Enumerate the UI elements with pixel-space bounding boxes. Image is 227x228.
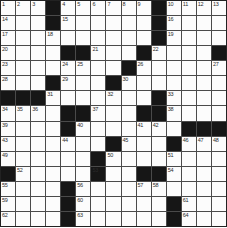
cell-6-7[interactable]: [91, 76, 105, 90]
cell-15-10[interactable]: [137, 212, 151, 226]
cell-7-12[interactable]: 33: [167, 91, 181, 105]
cell-8-3[interactable]: 36: [31, 106, 45, 120]
cell-11-12[interactable]: 51: [167, 152, 181, 166]
cell-3-4[interactable]: 18: [46, 31, 60, 45]
cell-6-9[interactable]: 30: [122, 76, 136, 90]
cell-9-3[interactable]: [31, 122, 45, 136]
cell-9-11[interactable]: 42: [152, 122, 166, 136]
cell-9-12[interactable]: [167, 122, 181, 136]
cell-12-8[interactable]: [106, 167, 120, 181]
cell-13-15[interactable]: [212, 182, 226, 196]
cell-5-13[interactable]: [182, 61, 196, 75]
clue-number-9: 9: [138, 1, 141, 8]
black-cell-9-5: [61, 122, 75, 136]
clue-number-32: 32: [107, 91, 113, 98]
cell-3-6[interactable]: [76, 31, 90, 45]
cell-13-10[interactable]: 57: [137, 182, 151, 196]
black-cell-2-4: [46, 16, 60, 30]
black-cell-8-10: [137, 106, 151, 120]
clue-number-16: 16: [168, 16, 174, 23]
cell-14-3[interactable]: [31, 197, 45, 211]
cell-5-12[interactable]: [167, 61, 181, 75]
clue-number-45: 45: [123, 137, 129, 144]
cell-9-6[interactable]: 40: [76, 122, 90, 136]
clue-number-57: 57: [138, 182, 144, 189]
cell-15-1[interactable]: 62: [1, 212, 15, 226]
clue-number-55: 55: [2, 182, 8, 189]
cell-10-10[interactable]: [137, 137, 151, 151]
cell-11-9[interactable]: [122, 152, 136, 166]
cell-6-15[interactable]: [212, 76, 226, 90]
cell-7-13[interactable]: [182, 91, 196, 105]
cell-12-12[interactable]: 54: [167, 167, 181, 181]
cell-13-13[interactable]: [182, 182, 196, 196]
cell-15-6[interactable]: 63: [76, 212, 90, 226]
cell-12-2[interactable]: 52: [16, 167, 30, 181]
cell-4-13[interactable]: [182, 46, 196, 60]
black-cell-10-12: [167, 137, 181, 151]
cell-1-13[interactable]: 11: [182, 1, 196, 15]
black-cell-1-11: [152, 1, 166, 15]
cell-8-9[interactable]: [122, 106, 136, 120]
cell-6-1[interactable]: 28: [1, 76, 15, 90]
clue-number-26: 26: [138, 61, 144, 68]
cell-12-5[interactable]: [61, 167, 75, 181]
cell-2-13[interactable]: [182, 16, 196, 30]
cell-13-11[interactable]: 58: [152, 182, 166, 196]
black-cell-8-11: [152, 106, 166, 120]
cell-1-5[interactable]: 4: [61, 1, 75, 15]
black-cell-12-1: [1, 167, 15, 181]
clue-number-34: 34: [2, 106, 8, 113]
cell-1-10[interactable]: 9: [137, 1, 151, 15]
cell-2-10[interactable]: [137, 16, 151, 30]
cell-8-4[interactable]: [46, 106, 60, 120]
clue-number-29: 29: [62, 76, 68, 83]
clue-number-31: 31: [47, 91, 53, 98]
black-cell-8-6: [76, 106, 90, 120]
cell-4-12[interactable]: [167, 46, 181, 60]
cell-2-8[interactable]: [106, 16, 120, 30]
cell-14-13[interactable]: 61: [182, 197, 196, 211]
black-cell-11-7: [91, 152, 105, 166]
cell-7-4[interactable]: 31: [46, 91, 60, 105]
cell-12-6[interactable]: [76, 167, 90, 181]
cell-15-2[interactable]: [16, 212, 30, 226]
black-cell-8-5: [61, 106, 75, 120]
cell-4-3[interactable]: [31, 46, 45, 60]
cell-1-9[interactable]: 8: [122, 1, 136, 15]
black-cell-3-11: [152, 31, 166, 45]
clue-number-2: 2: [17, 1, 20, 8]
cell-5-1[interactable]: 23: [1, 61, 15, 75]
cell-6-3[interactable]: [31, 76, 45, 90]
cell-14-7[interactable]: [91, 197, 105, 211]
clue-number-63: 63: [77, 212, 83, 219]
cell-13-12[interactable]: [167, 182, 181, 196]
cell-10-14[interactable]: 47: [197, 137, 211, 151]
black-cell-4-10: [137, 46, 151, 60]
cell-9-10[interactable]: 41: [137, 122, 151, 136]
cell-9-9[interactable]: [122, 122, 136, 136]
cell-4-14[interactable]: [197, 46, 211, 60]
cell-1-8[interactable]: 7: [106, 1, 120, 15]
cell-15-3[interactable]: [31, 212, 45, 226]
cell-5-15[interactable]: 27: [212, 61, 226, 75]
cell-14-14[interactable]: [197, 197, 211, 211]
clue-number-14: 14: [2, 16, 8, 23]
cell-10-2[interactable]: [16, 137, 30, 151]
black-cell-7-3: [31, 91, 45, 105]
cell-2-2[interactable]: [16, 16, 30, 30]
clue-number-23: 23: [2, 61, 8, 68]
clue-number-8: 8: [123, 1, 126, 8]
cell-9-4[interactable]: [46, 122, 60, 136]
cell-12-15[interactable]: [212, 167, 226, 181]
cell-1-3[interactable]: 3: [31, 1, 45, 15]
cell-1-7[interactable]: 6: [91, 1, 105, 15]
cell-15-7[interactable]: [91, 212, 105, 226]
cell-14-10[interactable]: [137, 197, 151, 211]
black-cell-12-10: [137, 167, 151, 181]
cell-10-9[interactable]: 45: [122, 137, 136, 151]
cell-7-5[interactable]: [61, 91, 75, 105]
cell-4-1[interactable]: 20: [1, 46, 15, 60]
cell-2-1[interactable]: 14: [1, 16, 15, 30]
cell-14-6[interactable]: 60: [76, 197, 90, 211]
cell-6-11[interactable]: [152, 76, 166, 90]
clue-number-27: 27: [213, 61, 219, 68]
clue-number-24: 24: [62, 61, 68, 68]
cell-6-6[interactable]: [76, 76, 90, 90]
cell-6-14[interactable]: [197, 76, 211, 90]
clue-number-1: 1: [2, 1, 5, 8]
clue-number-22: 22: [153, 46, 159, 53]
cell-5-11[interactable]: [152, 61, 166, 75]
cell-5-6[interactable]: 25: [76, 61, 90, 75]
clue-number-7: 7: [107, 1, 110, 8]
cell-8-8[interactable]: [106, 106, 120, 120]
cell-11-1[interactable]: 49: [1, 152, 15, 166]
clue-number-52: 52: [17, 167, 23, 174]
black-cell-9-14: [197, 122, 211, 136]
black-cell-15-12: [167, 212, 181, 226]
clue-number-35: 35: [17, 106, 23, 113]
cell-14-15[interactable]: [212, 197, 226, 211]
cell-8-14[interactable]: [197, 106, 211, 120]
cell-14-2[interactable]: [16, 197, 30, 211]
cell-11-3[interactable]: [31, 152, 45, 166]
cell-2-12[interactable]: 16: [167, 16, 181, 30]
cell-2-14[interactable]: [197, 16, 211, 30]
cell-1-2[interactable]: 2: [16, 1, 30, 15]
black-cell-12-7: 53: [91, 167, 105, 181]
black-cell-14-12: [167, 197, 181, 211]
clue-number-47: 47: [198, 137, 204, 144]
cell-8-15[interactable]: [212, 106, 226, 120]
black-cell-12-11: [152, 167, 166, 181]
cell-5-14[interactable]: [197, 61, 211, 75]
cell-2-6[interactable]: [76, 16, 90, 30]
cell-13-6[interactable]: 56: [76, 182, 90, 196]
cell-7-9[interactable]: [122, 91, 136, 105]
clue-number-62: 62: [2, 212, 8, 219]
cell-1-12[interactable]: 10: [167, 1, 181, 15]
cell-11-2[interactable]: [16, 152, 30, 166]
cell-9-8[interactable]: [106, 122, 120, 136]
clue-number-4: 4: [62, 1, 65, 8]
cell-7-6[interactable]: [76, 91, 90, 105]
cell-3-15[interactable]: [212, 31, 226, 45]
clue-number-48: 48: [213, 137, 219, 144]
clue-number-53: 53: [92, 167, 98, 174]
cell-15-11[interactable]: [152, 212, 166, 226]
clue-number-30: 30: [123, 76, 129, 83]
clue-number-44: 44: [62, 137, 68, 144]
cell-3-7[interactable]: [91, 31, 105, 45]
black-cell-4-15: [212, 46, 226, 60]
cell-11-15[interactable]: [212, 152, 226, 166]
black-cell-4-5: [61, 46, 75, 60]
cell-14-1[interactable]: 59: [1, 197, 15, 211]
cell-3-14[interactable]: [197, 31, 211, 45]
clue-number-43: 43: [2, 137, 8, 144]
cell-12-9[interactable]: [122, 167, 136, 181]
cell-2-15[interactable]: [212, 16, 226, 30]
cell-11-4[interactable]: [46, 152, 60, 166]
cell-11-10[interactable]: [137, 152, 151, 166]
clue-number-13: 13: [213, 1, 219, 8]
clue-number-58: 58: [153, 182, 159, 189]
cell-12-4[interactable]: [46, 167, 60, 181]
clue-number-61: 61: [183, 197, 189, 204]
cell-9-1[interactable]: 39: [1, 122, 15, 136]
cell-10-6[interactable]: [76, 137, 90, 151]
cell-5-10[interactable]: 26: [137, 61, 151, 75]
cell-3-2[interactable]: [16, 31, 30, 45]
cell-3-1[interactable]: 17: [1, 31, 15, 45]
cell-11-13[interactable]: [182, 152, 196, 166]
clue-number-36: 36: [32, 106, 38, 113]
clue-number-28: 28: [2, 76, 8, 83]
cell-4-7[interactable]: 21: [91, 46, 105, 60]
cell-14-4[interactable]: [46, 197, 60, 211]
black-cell-7-1: [1, 91, 15, 105]
cell-13-7[interactable]: [91, 182, 105, 196]
cell-3-13[interactable]: [182, 31, 196, 45]
cell-2-5[interactable]: 15: [61, 16, 75, 30]
clue-number-20: 20: [2, 46, 8, 53]
crossword-puzzle: 1234567891011121314151617181920212223242…: [0, 0, 227, 228]
cell-12-14[interactable]: [197, 167, 211, 181]
black-cell-7-11: [152, 91, 166, 105]
cell-10-15[interactable]: 48: [212, 137, 226, 151]
cell-5-7[interactable]: [91, 61, 105, 75]
black-cell-9-13: [182, 122, 196, 136]
clue-number-18: 18: [47, 31, 53, 38]
black-cell-2-11: [152, 16, 166, 30]
cell-5-5[interactable]: 24: [61, 61, 75, 75]
cell-11-14[interactable]: [197, 152, 211, 166]
clue-number-49: 49: [2, 152, 8, 159]
clue-number-38: 38: [168, 106, 174, 113]
cell-4-8[interactable]: [106, 46, 120, 60]
cell-14-9[interactable]: [122, 197, 136, 211]
clue-number-37: 37: [92, 106, 98, 113]
clue-number-5: 5: [77, 1, 80, 8]
cell-3-3[interactable]: [31, 31, 45, 45]
black-cell-5-9: [122, 61, 136, 75]
cell-3-10[interactable]: [137, 31, 151, 45]
clue-number-25: 25: [77, 61, 83, 68]
cell-7-14[interactable]: [197, 91, 211, 105]
cell-3-5[interactable]: [61, 31, 75, 45]
clue-number-40: 40: [77, 122, 83, 129]
cell-11-11[interactable]: [152, 152, 166, 166]
cell-5-8[interactable]: [106, 61, 120, 75]
cell-5-2[interactable]: [16, 61, 30, 75]
cell-6-12[interactable]: [167, 76, 181, 90]
clue-number-60: 60: [77, 197, 83, 204]
cell-15-8[interactable]: [106, 212, 120, 226]
clue-number-42: 42: [153, 122, 159, 129]
clue-number-39: 39: [2, 122, 8, 129]
cell-2-3[interactable]: [31, 16, 45, 30]
cell-8-12[interactable]: 38: [167, 106, 181, 120]
clue-number-33: 33: [168, 91, 174, 98]
cell-13-1[interactable]: 55: [1, 182, 15, 196]
cell-9-2[interactable]: [16, 122, 30, 136]
cell-4-11[interactable]: 22: [152, 46, 166, 60]
clue-number-12: 12: [198, 1, 204, 8]
cell-4-9[interactable]: [122, 46, 136, 60]
cell-10-1[interactable]: 43: [1, 137, 15, 151]
cell-10-7[interactable]: [91, 137, 105, 151]
black-cell-9-15: [212, 122, 226, 136]
cell-7-8[interactable]: 32: [106, 91, 120, 105]
cell-2-9[interactable]: [122, 16, 136, 30]
cell-13-3[interactable]: [31, 182, 45, 196]
black-cell-13-5: [61, 182, 75, 196]
clue-number-50: 50: [107, 152, 113, 159]
cell-6-10[interactable]: [137, 76, 151, 90]
clue-number-15: 15: [62, 16, 68, 23]
clue-number-64: 64: [183, 212, 189, 219]
cell-6-5[interactable]: 29: [61, 76, 75, 90]
black-cell-4-6: [76, 46, 90, 60]
cell-15-15[interactable]: [212, 212, 226, 226]
clue-number-56: 56: [77, 182, 83, 189]
cell-12-3[interactable]: [31, 167, 45, 181]
cell-1-6[interactable]: 5: [76, 1, 90, 15]
cell-1-15[interactable]: 13: [212, 1, 226, 15]
black-cell-1-4: [46, 1, 60, 15]
cell-6-2[interactable]: [16, 76, 30, 90]
clue-number-41: 41: [138, 122, 144, 129]
cell-8-7[interactable]: 37: [91, 106, 105, 120]
cell-7-7[interactable]: [91, 91, 105, 105]
cell-11-8[interactable]: 50: [106, 152, 120, 166]
cell-13-9[interactable]: [122, 182, 136, 196]
cell-4-2[interactable]: [16, 46, 30, 60]
cell-14-8[interactable]: [106, 197, 120, 211]
clue-number-17: 17: [2, 31, 8, 38]
cell-8-1[interactable]: 34: [1, 106, 15, 120]
cell-1-1[interactable]: 1: [1, 1, 15, 15]
clue-number-46: 46: [183, 137, 189, 144]
black-cell-6-4: [46, 76, 60, 90]
clue-number-51: 51: [168, 152, 174, 159]
cell-15-14[interactable]: [197, 212, 211, 226]
clue-number-11: 11: [183, 1, 188, 8]
clue-number-21: 21: [92, 46, 98, 53]
clue-number-19: 19: [168, 31, 174, 38]
cell-10-11[interactable]: [152, 137, 166, 151]
black-cell-7-2: [16, 91, 30, 105]
cell-10-3[interactable]: [31, 137, 45, 151]
cell-7-15[interactable]: [212, 91, 226, 105]
cell-1-14[interactable]: 12: [197, 1, 211, 15]
cell-11-6[interactable]: [76, 152, 90, 166]
cell-11-5[interactable]: [61, 152, 75, 166]
cell-4-4[interactable]: [46, 46, 60, 60]
cell-9-7[interactable]: [91, 122, 105, 136]
cell-8-13[interactable]: [182, 106, 196, 120]
cell-5-3[interactable]: [31, 61, 45, 75]
cell-7-10[interactable]: [137, 91, 151, 105]
cell-2-7[interactable]: [91, 16, 105, 30]
cell-3-9[interactable]: [122, 31, 136, 45]
crossword-board: 1234567891011121314151617181920212223242…: [0, 0, 227, 227]
cell-14-11[interactable]: [152, 197, 166, 211]
black-cell-15-5: [61, 212, 75, 226]
cell-10-5[interactable]: 44: [61, 137, 75, 151]
cell-3-8[interactable]: [106, 31, 120, 45]
cell-13-2[interactable]: [16, 182, 30, 196]
clue-number-54: 54: [168, 167, 174, 174]
cell-13-8[interactable]: [106, 182, 120, 196]
cell-12-13[interactable]: [182, 167, 196, 181]
clue-number-6: 6: [92, 1, 95, 8]
cell-3-12[interactable]: 19: [167, 31, 181, 45]
clue-number-3: 3: [32, 1, 35, 8]
cell-15-9[interactable]: [122, 212, 136, 226]
cell-15-4[interactable]: [46, 212, 60, 226]
clue-number-10: 10: [168, 1, 174, 8]
clue-number-59: 59: [2, 197, 8, 204]
cell-10-13[interactable]: 46: [182, 137, 196, 151]
cell-13-4[interactable]: [46, 182, 60, 196]
cell-5-4[interactable]: [46, 61, 60, 75]
cell-6-13[interactable]: [182, 76, 196, 90]
cell-10-4[interactable]: [46, 137, 60, 151]
black-cell-6-8: [106, 76, 120, 90]
cell-13-14[interactable]: [197, 182, 211, 196]
black-cell-10-8: [106, 137, 120, 151]
cell-15-13[interactable]: 64: [182, 212, 196, 226]
black-cell-14-5: [61, 197, 75, 211]
cell-8-2[interactable]: 35: [16, 106, 30, 120]
